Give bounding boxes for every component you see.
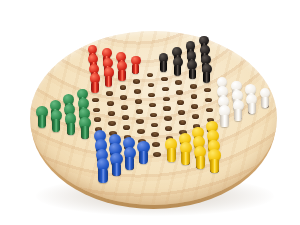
hole[interactable]: [190, 84, 197, 88]
peg-white[interactable]: [219, 105, 230, 126]
green-peg-body: [81, 126, 89, 139]
hole[interactable]: [204, 88, 211, 93]
hole[interactable]: [148, 83, 155, 87]
peg-black[interactable]: [159, 53, 169, 72]
hole[interactable]: [123, 125, 130, 130]
red-peg-body: [132, 64, 139, 75]
peg-green[interactable]: [51, 110, 62, 132]
hole[interactable]: [151, 132, 159, 137]
hole[interactable]: [153, 152, 161, 157]
peg-red[interactable]: [104, 67, 114, 86]
hole[interactable]: [120, 95, 127, 100]
peg-yellow[interactable]: [180, 142, 192, 165]
hole[interactable]: [93, 108, 100, 113]
hole[interactable]: [136, 109, 143, 114]
hole[interactable]: [165, 126, 172, 131]
hole[interactable]: [163, 97, 170, 102]
hole[interactable]: [120, 85, 127, 89]
black-peg-body: [189, 69, 196, 80]
green-peg-body: [38, 115, 46, 127]
hole[interactable]: [178, 110, 185, 115]
hole[interactable]: [121, 105, 128, 110]
hole[interactable]: [151, 123, 158, 128]
hole[interactable]: [137, 129, 144, 134]
red-peg-body: [91, 82, 99, 93]
peg-red[interactable]: [131, 56, 141, 75]
peg-yellow[interactable]: [165, 138, 177, 161]
hole[interactable]: [176, 90, 183, 95]
hole[interactable]: [106, 91, 113, 96]
white-peg-body: [234, 109, 242, 121]
hole[interactable]: [133, 79, 140, 83]
blue-peg-body: [125, 157, 134, 170]
yellow-peg-body: [181, 152, 190, 165]
hole[interactable]: [148, 93, 155, 98]
peg-yellow[interactable]: [208, 149, 220, 173]
white-peg-body: [220, 115, 228, 127]
pieces-layer: [0, 0, 300, 225]
black-peg-body: [160, 61, 167, 72]
hole[interactable]: [135, 99, 142, 104]
peg-white[interactable]: [246, 94, 257, 115]
chinese-checkers-photo: Round wooden Chinese checkers board with…: [0, 0, 300, 225]
hole[interactable]: [94, 117, 101, 122]
peg-blue[interactable]: [110, 153, 123, 177]
red-peg-body: [105, 76, 112, 87]
peg-black[interactable]: [202, 64, 212, 83]
yellow-peg-body: [210, 159, 219, 173]
hole[interactable]: [107, 101, 114, 106]
hole[interactable]: [92, 98, 99, 103]
white-peg-body: [261, 97, 269, 109]
peg-blue[interactable]: [97, 158, 110, 182]
hole[interactable]: [149, 103, 156, 108]
hole[interactable]: [177, 100, 184, 105]
hole[interactable]: [206, 108, 213, 113]
hole[interactable]: [192, 114, 199, 119]
hole[interactable]: [136, 119, 143, 124]
peg-green[interactable]: [65, 113, 76, 135]
yellow-peg-body: [196, 156, 205, 169]
hole[interactable]: [191, 104, 198, 109]
hole[interactable]: [147, 73, 154, 77]
peg-yellow[interactable]: [194, 146, 206, 170]
peg-blue[interactable]: [124, 147, 136, 171]
peg-red[interactable]: [117, 61, 127, 80]
red-peg-body: [118, 70, 125, 81]
peg-black[interactable]: [173, 57, 183, 76]
hole[interactable]: [179, 120, 186, 125]
hole[interactable]: [134, 89, 141, 94]
hole[interactable]: [150, 113, 157, 118]
hole[interactable]: [152, 142, 160, 147]
green-peg-body: [52, 119, 60, 131]
hole[interactable]: [191, 94, 198, 99]
black-peg-body: [174, 65, 181, 76]
hole[interactable]: [122, 115, 129, 120]
blue-peg-body: [98, 169, 107, 183]
hole[interactable]: [205, 98, 212, 103]
white-peg-body: [248, 103, 256, 115]
peg-green[interactable]: [79, 117, 91, 139]
green-peg-body: [67, 123, 75, 135]
blue-peg-body: [139, 151, 148, 164]
hole[interactable]: [164, 116, 171, 121]
hole[interactable]: [163, 106, 170, 111]
peg-black[interactable]: [187, 60, 197, 79]
hole[interactable]: [108, 121, 115, 126]
hole[interactable]: [175, 80, 182, 84]
hole[interactable]: [161, 77, 168, 81]
black-peg-body: [203, 72, 210, 83]
peg-blue[interactable]: [137, 141, 149, 164]
hole[interactable]: [108, 111, 115, 116]
yellow-peg-body: [167, 148, 176, 161]
peg-green[interactable]: [36, 106, 47, 127]
peg-white[interactable]: [233, 100, 244, 121]
blue-peg-body: [112, 163, 121, 177]
hole[interactable]: [162, 87, 169, 92]
peg-white[interactable]: [260, 88, 271, 109]
peg-red[interactable]: [90, 73, 100, 93]
